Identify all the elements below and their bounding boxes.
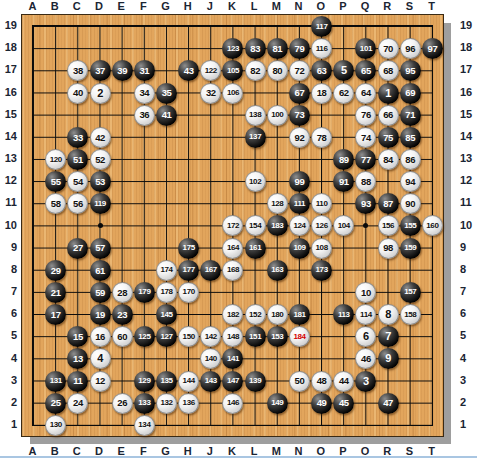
stone-black-101-Q18: 101 [355,38,376,59]
stone-black-155-S10: 155 [400,215,421,236]
stone-black-45-P2: 45 [333,393,354,414]
stone-black-67-N16: 67 [289,83,310,104]
row-label: 14 [0,130,17,143]
stone-white-142-J5: 142 [200,326,221,347]
column-label: L [245,0,263,13]
stone-black-47-R2: 47 [378,393,399,414]
row-label: 1 [0,418,17,431]
row-label: 3 [0,374,17,387]
stone-white-160-T10: 160 [422,215,443,236]
stone-black-133-F2: 133 [134,393,155,414]
stone-white-104-P10: 104 [333,215,354,236]
stone-black-77-Q13: 77 [355,149,376,170]
stone-black-97-T18: 97 [422,38,443,59]
stone-black-161-L9: 161 [245,238,266,259]
row-label: 4 [460,352,477,365]
stone-black-157-S7: 157 [400,282,421,303]
stone-black-149-M2: 149 [267,393,288,414]
stone-white-178-G7: 178 [156,282,177,303]
stone-black-135-G3: 135 [156,371,177,392]
stone-black-179-F7: 179 [134,282,155,303]
stone-black-89-P13: 89 [333,149,354,170]
stone-white-6-Q5: 6 [355,326,376,347]
column-label: E [112,0,130,13]
stone-black-21-B7: 21 [45,282,66,303]
stone-white-100-M15: 100 [267,105,288,126]
stone-black-49-O2: 49 [311,393,332,414]
stone-white-80-M17: 80 [267,60,288,81]
stone-white-40-C16: 40 [67,83,88,104]
stone-white-134-F1: 134 [134,415,155,436]
row-label: 16 [0,86,17,99]
stone-black-167-J8: 167 [200,260,221,281]
stone-black-141-K4: 141 [222,348,243,369]
stone-white-172-K10: 172 [222,215,243,236]
stone-black-117-O19: 117 [311,16,332,37]
stone-white-26-E2: 26 [112,393,133,414]
stone-white-42-D14: 42 [90,127,111,148]
stone-white-124-N10: 124 [289,215,310,236]
stone-black-39-E17: 39 [112,60,133,81]
stone-black-15-C5: 15 [67,326,88,347]
stone-black-53-D12: 53 [90,171,111,192]
stone-white-32-J16: 32 [200,83,221,104]
stone-white-110-O11: 110 [311,193,332,214]
column-label: B [46,0,64,13]
column-label: P [334,0,352,13]
stone-black-129-F3: 129 [134,371,155,392]
row-label: 8 [460,263,477,276]
stone-white-132-G2: 132 [156,393,177,414]
row-label: 12 [0,174,17,187]
stone-black-73-N15: 73 [289,105,310,126]
column-label: T [423,0,441,13]
stone-white-56-C11: 56 [67,193,88,214]
row-label: 3 [460,374,477,387]
stone-white-28-E7: 28 [112,282,133,303]
stone-white-152-L6: 152 [245,304,266,325]
row-label: 8 [0,263,17,276]
stone-black-91-P12: 91 [333,171,354,192]
stone-black-123-K18: 123 [222,38,243,59]
stone-white-2-D16: 2 [90,83,111,104]
stone-black-111-N11: 111 [289,193,310,214]
stone-black-159-S9: 159 [400,238,421,259]
row-label: 15 [460,108,477,121]
column-label: H [179,0,197,13]
stone-white-44-P3: 44 [333,371,354,392]
row-label: 16 [460,86,477,99]
stone-white-164-K9: 164 [222,238,243,259]
stone-white-76-Q15: 76 [355,105,376,126]
stone-white-154-L10: 154 [245,215,266,236]
row-label: 18 [0,41,17,54]
stone-black-7-R5: 7 [378,326,399,347]
stone-black-81-M18: 81 [267,38,288,59]
row-label: 17 [0,63,17,76]
stone-black-79-N18: 79 [289,38,310,59]
column-label: J [201,0,219,13]
column-label: N [290,0,308,13]
stone-black-27-C9: 27 [67,238,88,259]
stone-black-41-G15: 41 [156,105,177,126]
column-label: S [400,0,418,13]
stone-white-54-C12: 54 [67,171,88,192]
stone-black-151-L5: 151 [245,326,266,347]
stone-white-116-O18: 116 [311,38,332,59]
stone-black-55-B12: 55 [45,171,66,192]
stone-grid: 1234567891011121315161718192123242526272… [23,16,445,438]
stone-white-150-H5: 150 [178,326,199,347]
column-label: M [267,0,285,13]
stone-black-31-F17: 31 [134,60,155,81]
stone-black-71-S15: 71 [400,105,421,126]
stone-white-62-P16: 62 [333,83,354,104]
row-label: 7 [0,285,17,298]
stone-black-145-G6: 145 [156,304,177,325]
stone-black-3-Q3: 3 [355,371,376,392]
stone-black-181-N6: 181 [289,304,310,325]
row-label: 2 [0,396,17,409]
row-label: 6 [0,307,17,320]
stone-black-17-B6: 17 [45,304,66,325]
stone-white-88-Q12: 88 [355,171,376,192]
column-label: O [312,0,330,13]
stone-white-122-J17: 122 [200,60,221,81]
stone-white-146-K2: 146 [222,393,243,414]
stone-white-50-N3: 50 [289,371,310,392]
stone-white-148-K5: 148 [222,326,243,347]
stone-black-65-Q17: 65 [355,60,376,81]
stone-black-137-L14: 137 [245,127,266,148]
stone-black-43-H17: 43 [178,60,199,81]
stone-white-64-Q16: 64 [355,83,376,104]
stone-black-119-D11: 119 [90,193,111,214]
row-label: 5 [460,329,477,342]
stone-white-138-L15: 138 [245,105,266,126]
stone-white-66-R15: 66 [378,105,399,126]
stone-black-173-O8: 173 [311,260,332,281]
row-label: 11 [0,196,17,209]
row-label: 11 [460,196,477,209]
stone-white-114-Q6: 114 [355,304,376,325]
stone-white-82-L17: 82 [245,60,266,81]
stone-white-184-N5: 184 [289,326,310,347]
stone-black-147-K3: 147 [222,371,243,392]
stone-white-46-Q4: 46 [355,348,376,369]
stone-white-60-E5: 60 [112,326,133,347]
stone-white-98-R9: 98 [378,238,399,259]
stone-white-108-O9: 108 [311,238,332,259]
stone-white-170-H7: 170 [178,282,199,303]
go-board[interactable]: 1234567891011121315161718192123242526272… [21,14,444,437]
column-label: A [24,0,42,13]
row-label: 18 [460,41,477,54]
stone-black-51-C13: 51 [67,149,88,170]
stone-black-183-M10: 183 [267,215,288,236]
stone-black-5-P17: 5 [333,60,354,81]
stone-white-16-D5: 16 [90,326,111,347]
stone-white-8-R6: 8 [378,304,399,325]
stone-white-86-S13: 86 [400,149,421,170]
stone-black-29-B8: 29 [45,260,66,281]
stone-white-24-C2: 24 [67,393,88,414]
stone-black-75-R14: 75 [378,127,399,148]
stone-white-10-Q7: 10 [355,282,376,303]
stone-black-127-G5: 127 [156,326,177,347]
stone-black-19-D6: 19 [90,304,111,325]
column-label: R [378,0,396,13]
stone-black-125-F5: 125 [134,326,155,347]
stone-black-33-C14: 33 [67,127,88,148]
stone-white-182-K6: 182 [222,304,243,325]
stone-black-177-H8: 177 [178,260,199,281]
stone-white-92-N14: 92 [289,127,310,148]
stone-white-94-S12: 94 [400,171,421,192]
stone-black-63-O17: 63 [311,60,332,81]
stone-white-102-L12: 102 [245,171,266,192]
column-label: D [90,0,108,13]
row-label: 6 [460,307,477,320]
star-point [363,223,368,228]
stone-white-156-R10: 156 [378,215,399,236]
stone-black-13-C4: 13 [67,348,88,369]
go-kifu-page: ABCDEFGHJKLMNOPQRST ABCDEFGHJKLMNOPQRST … [0,0,477,458]
stone-black-105-K17: 105 [222,60,243,81]
stone-white-168-K8: 168 [222,260,243,281]
row-label: 13 [460,152,477,165]
stone-black-57-D9: 57 [90,238,111,259]
stone-black-11-C3: 11 [67,371,88,392]
column-label: F [134,0,152,13]
stone-white-36-F15: 36 [134,105,155,126]
stone-black-109-N9: 109 [289,238,310,259]
stone-black-153-M5: 153 [267,326,288,347]
stone-white-158-S6: 158 [400,304,421,325]
stone-white-78-O14: 78 [311,127,332,148]
row-label: 1 [460,418,477,431]
stone-black-175-H9: 175 [178,238,199,259]
row-label: 15 [0,108,17,121]
column-label: Q [356,0,374,13]
stone-white-180-M6: 180 [267,304,288,325]
stone-black-113-P6: 113 [333,304,354,325]
stone-white-126-O10: 126 [311,215,332,236]
row-label: 10 [0,219,17,232]
stone-black-95-S17: 95 [400,60,421,81]
stone-white-58-B11: 58 [45,193,66,214]
stone-white-136-H2: 136 [178,393,199,414]
row-label: 13 [0,152,17,165]
stone-white-106-K16: 106 [222,83,243,104]
stone-black-87-R11: 87 [378,193,399,214]
stone-black-93-Q11: 93 [355,193,376,214]
stone-white-144-H3: 144 [178,371,199,392]
column-label: G [157,0,175,13]
column-label: K [223,0,241,13]
row-label: 12 [460,174,477,187]
row-label: 4 [0,352,17,365]
row-label: 19 [460,19,477,32]
stone-white-70-R18: 70 [378,38,399,59]
row-label: 5 [0,329,17,342]
star-point [98,223,103,228]
stone-white-68-R17: 68 [378,60,399,81]
stone-white-12-D3: 12 [90,371,111,392]
stone-black-99-N12: 99 [289,171,310,192]
stone-black-35-G16: 35 [156,83,177,104]
stone-white-90-S11: 90 [400,193,421,214]
row-label: 7 [460,285,477,298]
stone-white-38-C17: 38 [67,60,88,81]
row-label: 17 [460,63,477,76]
stone-black-9-R4: 9 [378,348,399,369]
stone-white-72-N17: 72 [289,60,310,81]
stone-black-61-D8: 61 [90,260,111,281]
stone-white-48-O3: 48 [311,371,332,392]
stone-white-84-R13: 84 [378,149,399,170]
row-label: 19 [0,19,17,32]
stone-white-74-Q14: 74 [355,127,376,148]
stone-black-69-S16: 69 [400,83,421,104]
stone-black-131-B3: 131 [45,371,66,392]
stone-black-163-M8: 163 [267,260,288,281]
stone-white-34-F16: 34 [134,83,155,104]
stone-white-4-D4: 4 [90,348,111,369]
row-label: 14 [460,130,477,143]
stone-white-96-S18: 96 [400,38,421,59]
stone-white-18-O16: 18 [311,83,332,104]
stone-white-120-B13: 120 [45,149,66,170]
row-label: 10 [460,219,477,232]
stone-black-85-S14: 85 [400,127,421,148]
stone-black-25-B2: 25 [45,393,66,414]
row-label: 9 [0,241,17,254]
column-label: C [68,0,86,13]
stone-black-1-R16: 1 [378,83,399,104]
stone-white-130-B1: 130 [45,415,66,436]
stone-white-174-G8: 174 [156,260,177,281]
row-label: 2 [460,396,477,409]
stone-black-139-L3: 139 [245,371,266,392]
stone-black-83-L18: 83 [245,38,266,59]
stone-white-52-D13: 52 [90,149,111,170]
stone-white-128-M11: 128 [267,193,288,214]
stone-white-140-J4: 140 [200,348,221,369]
stone-black-59-D7: 59 [90,282,111,303]
stone-black-143-J3: 143 [200,371,221,392]
row-label: 9 [460,241,477,254]
stone-black-23-E6: 23 [112,304,133,325]
stone-black-37-D17: 37 [90,60,111,81]
